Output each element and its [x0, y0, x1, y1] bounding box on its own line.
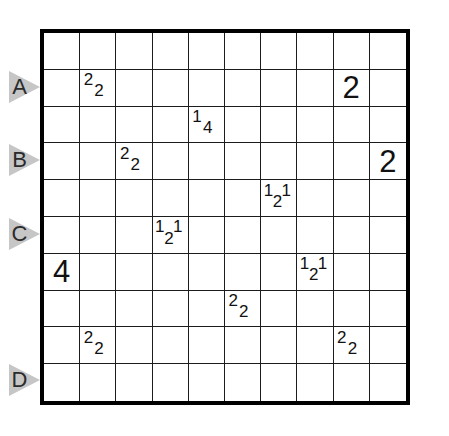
- clue-digit: 2: [370, 143, 406, 179]
- cell-r6c8[interactable]: [297, 217, 333, 254]
- cell-r8c2[interactable]: [80, 291, 116, 328]
- clue-digit: 1: [173, 218, 182, 235]
- cell-r8c8[interactable]: [297, 291, 333, 328]
- cell-r7c1: 4: [44, 254, 80, 291]
- cell-r9c10[interactable]: [370, 327, 406, 364]
- cell-r3c7[interactable]: [261, 107, 297, 144]
- cell-r1c10[interactable]: [370, 33, 406, 70]
- cell-r9c6[interactable]: [225, 327, 261, 364]
- clue-digit: 2: [239, 303, 248, 320]
- clue-digit: 1: [300, 255, 309, 272]
- cell-r10c5[interactable]: [189, 364, 225, 401]
- row-marker-d: D: [9, 364, 40, 396]
- cell-r10c8[interactable]: [297, 364, 333, 401]
- cell-r7c6[interactable]: [225, 254, 261, 291]
- cell-r5c2[interactable]: [80, 180, 116, 217]
- cell-r6c10[interactable]: [370, 217, 406, 254]
- clue-digit: 4: [203, 119, 212, 136]
- cell-r3c1[interactable]: [44, 107, 80, 144]
- cell-r10c1[interactable]: [44, 364, 80, 401]
- cell-r9c4[interactable]: [153, 327, 189, 364]
- cell-r9c8[interactable]: [297, 327, 333, 364]
- cell-r9c5[interactable]: [189, 327, 225, 364]
- cell-r2c1[interactable]: [44, 70, 80, 107]
- cell-r7c9[interactable]: [334, 254, 370, 291]
- cell-r2c8[interactable]: [297, 70, 333, 107]
- cell-r3c8[interactable]: [297, 107, 333, 144]
- clue-digit: 2: [94, 82, 103, 99]
- tapa-puzzle: 222142221211214121222222 A B C D: [0, 0, 449, 436]
- cell-r10c6[interactable]: [225, 364, 261, 401]
- cell-r1c5[interactable]: [189, 33, 225, 70]
- cell-r10c10[interactable]: [370, 364, 406, 401]
- cell-r5c10[interactable]: [370, 180, 406, 217]
- cell-r8c10[interactable]: [370, 291, 406, 328]
- cell-r10c7[interactable]: [261, 364, 297, 401]
- cell-r6c5[interactable]: [189, 217, 225, 254]
- cell-r10c4[interactable]: [153, 364, 189, 401]
- cell-r7c4[interactable]: [153, 254, 189, 291]
- cell-r8c5[interactable]: [189, 291, 225, 328]
- cell-r4c2[interactable]: [80, 143, 116, 180]
- cell-r5c8[interactable]: [297, 180, 333, 217]
- cell-r10c2[interactable]: [80, 364, 116, 401]
- cell-r2c4[interactable]: [153, 70, 189, 107]
- cell-r4c7[interactable]: [261, 143, 297, 180]
- cell-r5c1[interactable]: [44, 180, 80, 217]
- clue-digit: 2: [94, 340, 103, 357]
- cell-r4c10: 2: [370, 143, 406, 180]
- cell-r6c3[interactable]: [116, 217, 152, 254]
- cell-r1c3[interactable]: [116, 33, 152, 70]
- clue-digit: 2: [120, 145, 129, 162]
- cell-r7c8: 121: [297, 254, 333, 291]
- cell-r9c7[interactable]: [261, 327, 297, 364]
- cell-r8c1[interactable]: [44, 291, 80, 328]
- cell-r3c10[interactable]: [370, 107, 406, 144]
- cell-r2c2: 22: [80, 70, 116, 107]
- cell-r1c8[interactable]: [297, 33, 333, 70]
- cell-r5c5[interactable]: [189, 180, 225, 217]
- cell-r3c9[interactable]: [334, 107, 370, 144]
- cell-r2c7[interactable]: [261, 70, 297, 107]
- cell-r6c4: 121: [153, 217, 189, 254]
- cell-r9c2: 22: [80, 327, 116, 364]
- cell-r7c5[interactable]: [189, 254, 225, 291]
- clue-digit: 4: [44, 254, 79, 290]
- clue-digit: 2: [334, 70, 369, 106]
- tapa-board: 222142221211214121222222: [40, 29, 410, 405]
- cell-r4c5[interactable]: [189, 143, 225, 180]
- cell-r1c9[interactable]: [334, 33, 370, 70]
- cell-r3c3[interactable]: [116, 107, 152, 144]
- cell-r5c7: 121: [261, 180, 297, 217]
- cell-r1c4[interactable]: [153, 33, 189, 70]
- cell-r3c6[interactable]: [225, 107, 261, 144]
- cell-r7c3[interactable]: [116, 254, 152, 291]
- clue-digit: 1: [155, 218, 164, 235]
- cell-r9c3[interactable]: [116, 327, 152, 364]
- cell-r6c7[interactable]: [261, 217, 297, 254]
- cell-r6c6[interactable]: [225, 217, 261, 254]
- clue-digit: 1: [192, 108, 201, 125]
- cell-r4c8[interactable]: [297, 143, 333, 180]
- cell-r6c1[interactable]: [44, 217, 80, 254]
- row-marker-a: A: [9, 71, 40, 103]
- clue-digit: 1: [282, 182, 291, 199]
- cell-r4c1[interactable]: [44, 143, 80, 180]
- row-marker-c: C: [9, 218, 40, 250]
- clue-digit: 1: [264, 182, 273, 199]
- cell-r1c6[interactable]: [225, 33, 261, 70]
- row-marker-label: D: [9, 364, 30, 396]
- cell-r10c9[interactable]: [334, 364, 370, 401]
- cell-r8c4[interactable]: [153, 291, 189, 328]
- clue-digit: 2: [337, 329, 346, 346]
- clue-digit: 2: [130, 156, 139, 173]
- cell-r2c10[interactable]: [370, 70, 406, 107]
- cell-r1c7[interactable]: [261, 33, 297, 70]
- row-marker-label: B: [9, 144, 30, 176]
- cell-r5c3[interactable]: [116, 180, 152, 217]
- row-marker-b: B: [9, 144, 40, 176]
- row-marker-label: C: [9, 218, 30, 250]
- cell-r9c1[interactable]: [44, 327, 80, 364]
- row-marker-label: A: [9, 71, 30, 103]
- clue-digit: 2: [84, 71, 93, 88]
- cell-r8c9[interactable]: [334, 291, 370, 328]
- cell-r4c9[interactable]: [334, 143, 370, 180]
- cell-r7c7[interactable]: [261, 254, 297, 291]
- cell-r7c2[interactable]: [80, 254, 116, 291]
- cell-r10c3[interactable]: [116, 364, 152, 401]
- cell-r9c9: 22: [334, 327, 370, 364]
- clue-digit: 2: [348, 340, 357, 357]
- cell-r8c7[interactable]: [261, 291, 297, 328]
- cell-r3c2[interactable]: [80, 107, 116, 144]
- cell-r8c3[interactable]: [116, 291, 152, 328]
- cell-r6c2[interactable]: [80, 217, 116, 254]
- cell-r5c9[interactable]: [334, 180, 370, 217]
- cell-r4c4[interactable]: [153, 143, 189, 180]
- cell-r8c6: 22: [225, 291, 261, 328]
- cell-r2c5[interactable]: [189, 70, 225, 107]
- cell-r3c4[interactable]: [153, 107, 189, 144]
- clue-digit: 1: [318, 255, 327, 272]
- cell-r4c3: 22: [116, 143, 152, 180]
- cell-r7c10[interactable]: [370, 254, 406, 291]
- cell-r5c4[interactable]: [153, 180, 189, 217]
- cell-r2c6[interactable]: [225, 70, 261, 107]
- cell-r6c9[interactable]: [334, 217, 370, 254]
- cell-r4c6[interactable]: [225, 143, 261, 180]
- clue-digit: 2: [84, 329, 93, 346]
- cell-r1c1[interactable]: [44, 33, 80, 70]
- cell-r3c5: 14: [189, 107, 225, 144]
- cell-r5c6[interactable]: [225, 180, 261, 217]
- cell-r1c2[interactable]: [80, 33, 116, 70]
- cell-r2c3[interactable]: [116, 70, 152, 107]
- clue-digit: 2: [229, 292, 238, 309]
- cell-r2c9: 2: [334, 70, 370, 107]
